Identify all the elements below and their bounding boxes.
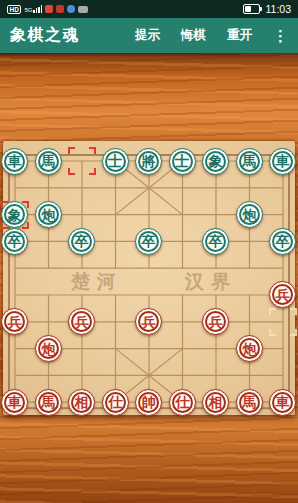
- black-soldier-piece[interactable]: 卒: [135, 228, 162, 255]
- piece-glyph: 仕: [175, 395, 189, 409]
- piece-glyph: 卒: [209, 234, 223, 248]
- status-bar: HD 5G 11:03: [0, 0, 298, 18]
- piece-glyph: 車: [276, 395, 290, 409]
- xiangqi-board[interactable]: 楚河 汉界 車馬士將士象馬車象炮炮卒卒卒卒卒兵兵兵兵兵炮炮車馬相仕帥仕相馬車: [3, 141, 295, 415]
- piece-glyph: 車: [276, 154, 290, 168]
- piece-glyph: 炮: [41, 342, 55, 356]
- piece-glyph: 兵: [8, 315, 22, 329]
- piece-glyph: 將: [142, 154, 156, 168]
- piece-glyph: 士: [108, 154, 122, 168]
- red-horse-piece[interactable]: 馬: [35, 389, 62, 416]
- piece-glyph: 兵: [142, 315, 156, 329]
- black-elephant-piece[interactable]: 象: [1, 201, 28, 228]
- battery-icon: [243, 4, 260, 14]
- signal-bars-icon: [33, 5, 42, 13]
- piece-glyph: 兵: [209, 315, 223, 329]
- black-soldier-piece[interactable]: 卒: [1, 228, 28, 255]
- piece-glyph: 卒: [276, 234, 290, 248]
- app-title: 象棋之魂: [10, 25, 80, 46]
- red-soldier-piece[interactable]: 兵: [269, 281, 296, 308]
- hd-badge: HD: [7, 5, 21, 14]
- piece-glyph: 馬: [242, 395, 256, 409]
- piece-glyph: 兵: [75, 315, 89, 329]
- red-soldier-piece[interactable]: 兵: [1, 308, 28, 335]
- black-advisor-piece[interactable]: 士: [102, 148, 129, 175]
- signal-icon: 5G: [24, 5, 42, 13]
- red-soldier-piece[interactable]: 兵: [68, 308, 95, 335]
- piece-glyph: 士: [175, 154, 189, 168]
- black-soldier-piece[interactable]: 卒: [68, 228, 95, 255]
- black-cannon-piece[interactable]: 炮: [35, 201, 62, 228]
- piece-glyph: 卒: [8, 234, 22, 248]
- piece-glyph: 卒: [75, 234, 89, 248]
- undo-move-button[interactable]: 悔棋: [181, 27, 206, 44]
- overflow-menu-icon[interactable]: ⋮: [273, 28, 288, 43]
- piece-glyph: 象: [209, 154, 223, 168]
- black-chariot-piece[interactable]: 車: [269, 148, 296, 175]
- piece-glyph: 炮: [242, 342, 256, 356]
- black-advisor-piece[interactable]: 士: [169, 148, 196, 175]
- piece-glyph: 馬: [41, 395, 55, 409]
- piece-glyph: 車: [8, 154, 22, 168]
- piece-glyph: 馬: [242, 154, 256, 168]
- notification-icon-red: [45, 5, 53, 13]
- red-general-piece[interactable]: 帥: [135, 389, 162, 416]
- notification-icon-gray: [78, 6, 88, 13]
- wood-background: 楚河 汉界 車馬士將士象馬車象炮炮卒卒卒卒卒兵兵兵兵兵炮炮車馬相仕帥仕相馬車: [0, 53, 298, 503]
- notification-icon-blue: [67, 5, 75, 13]
- piece-glyph: 仕: [108, 395, 122, 409]
- black-horse-piece[interactable]: 馬: [35, 148, 62, 175]
- phone-screen: HD 5G 11:03 象棋之魂 提示 悔棋 重开 ⋮ 楚河 汉界 車馬士將士象…: [0, 0, 298, 503]
- piece-glyph: 炮: [242, 208, 256, 222]
- red-chariot-piece[interactable]: 車: [269, 389, 296, 416]
- black-soldier-piece[interactable]: 卒: [202, 228, 229, 255]
- piece-glyph: 帥: [142, 395, 156, 409]
- red-cannon-piece[interactable]: 炮: [35, 335, 62, 362]
- piece-glyph: 兵: [276, 288, 290, 302]
- red-advisor-piece[interactable]: 仕: [169, 389, 196, 416]
- red-advisor-piece[interactable]: 仕: [102, 389, 129, 416]
- red-elephant-piece[interactable]: 相: [202, 389, 229, 416]
- pieces-layer: 車馬士將士象馬車象炮炮卒卒卒卒卒兵兵兵兵兵炮炮車馬相仕帥仕相馬車: [0, 148, 298, 416]
- red-soldier-piece[interactable]: 兵: [202, 308, 229, 335]
- red-cannon-piece[interactable]: 炮: [236, 335, 263, 362]
- black-chariot-piece[interactable]: 車: [1, 148, 28, 175]
- piece-glyph: 炮: [41, 208, 55, 222]
- black-soldier-piece[interactable]: 卒: [269, 228, 296, 255]
- notification-icon-crimson: [56, 5, 64, 13]
- piece-glyph: 卒: [142, 234, 156, 248]
- hint-button[interactable]: 提示: [135, 27, 160, 44]
- appbar-menu: 提示 悔棋 重开 ⋮: [135, 27, 288, 44]
- piece-glyph: 相: [75, 395, 89, 409]
- piece-glyph: 車: [8, 395, 22, 409]
- piece-glyph: 相: [209, 395, 223, 409]
- status-time: 11:03: [266, 3, 292, 15]
- red-elephant-piece[interactable]: 相: [68, 389, 95, 416]
- black-general-piece[interactable]: 將: [135, 148, 162, 175]
- red-soldier-piece[interactable]: 兵: [135, 308, 162, 335]
- piece-glyph: 象: [8, 208, 22, 222]
- restart-button[interactable]: 重开: [227, 27, 252, 44]
- red-horse-piece[interactable]: 馬: [236, 389, 263, 416]
- black-horse-piece[interactable]: 馬: [236, 148, 263, 175]
- app-bar: 象棋之魂 提示 悔棋 重开 ⋮: [0, 18, 298, 53]
- piece-glyph: 馬: [41, 154, 55, 168]
- black-cannon-piece[interactable]: 炮: [236, 201, 263, 228]
- black-elephant-piece[interactable]: 象: [202, 148, 229, 175]
- red-chariot-piece[interactable]: 車: [1, 389, 28, 416]
